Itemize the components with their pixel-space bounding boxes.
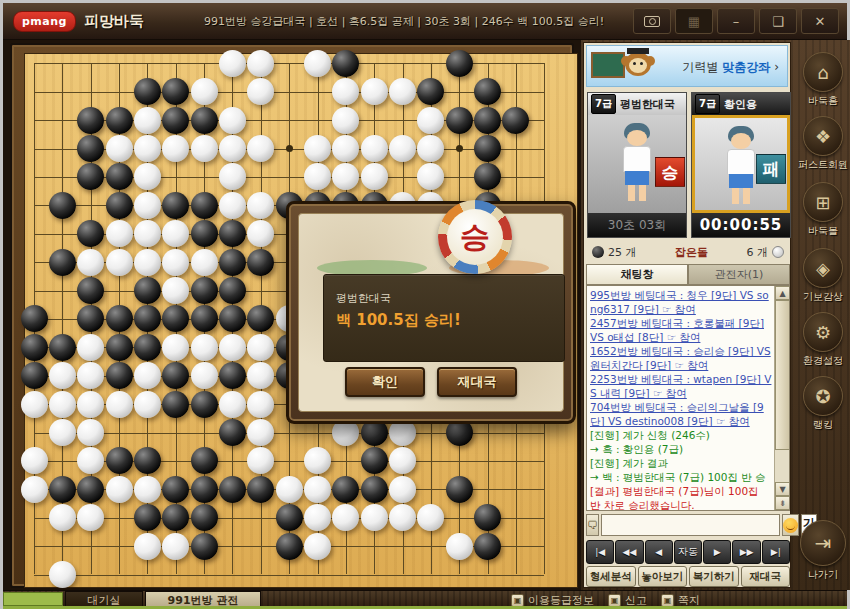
white-rank-badge: 7급 (591, 94, 616, 114)
black-stone (247, 305, 274, 332)
black-stone (446, 50, 473, 77)
sidebar-item-랭킹[interactable]: ✪랭킹 (793, 376, 850, 432)
chat-game-link[interactable]: 2253번방 베팅대국 : wtapen [9단] VS 내력 [9단] ☞ 참… (590, 372, 772, 400)
black-stone (191, 476, 218, 503)
white-stone (162, 220, 189, 247)
black-stone (134, 447, 161, 474)
black-stone (77, 135, 104, 162)
white-stone (304, 163, 331, 190)
white-stone (417, 163, 444, 190)
white-stone (417, 504, 444, 531)
black-stone (21, 305, 48, 332)
white-stone (134, 476, 161, 503)
black-stone (106, 334, 133, 361)
black-stone (162, 391, 189, 418)
white-stone (134, 362, 161, 389)
lecture-banner[interactable]: 기력별 맞춤강좌 › (586, 45, 788, 87)
sidebar-item-label: 랭킹 (793, 418, 850, 432)
white-stone (446, 533, 473, 560)
white-win-badge: 승 (655, 157, 685, 187)
black-stone (21, 334, 48, 361)
white-stone (106, 476, 133, 503)
white-stone (247, 334, 274, 361)
white-stone (134, 135, 161, 162)
white-stone (49, 504, 76, 531)
black-stone (191, 533, 218, 560)
black-stone (502, 107, 529, 134)
black-stone (219, 277, 246, 304)
white-time-info: 30초 03회 (588, 213, 686, 237)
black-lose-badge: 패 (756, 154, 786, 184)
black-stone (474, 78, 501, 105)
white-stone (191, 334, 218, 361)
chalkboard-icon (591, 52, 625, 78)
black-stone (106, 192, 133, 219)
white-stone (247, 50, 274, 77)
rematch-button-panel[interactable]: 재대국 (741, 566, 791, 587)
white-stone (389, 135, 416, 162)
black-rank-badge: 7급 (695, 94, 720, 114)
black-stone (162, 504, 189, 531)
black-captured-count: 25 개 (608, 245, 637, 260)
chat-box[interactable]: 995번방 베팅대국 : 청우 [9단] VS song6317 [9단] ☞ … (586, 285, 790, 511)
home-icon: ⌂ (803, 52, 843, 92)
white-avatar: 승 (588, 115, 686, 213)
white-stone (134, 249, 161, 276)
black-stone (219, 419, 246, 446)
white-stone (162, 277, 189, 304)
black-stone (134, 78, 161, 105)
chat-message: [진행] 계가 신청 (246수) (590, 428, 772, 442)
white-stone (332, 107, 359, 134)
white-stone (389, 504, 416, 531)
white-stone (361, 163, 388, 190)
black-stone (49, 476, 76, 503)
white-stone (191, 135, 218, 162)
black-stone (77, 107, 104, 134)
white-stone (304, 504, 331, 531)
black-stone (361, 476, 388, 503)
auto-play-button[interactable]: 자동 (674, 540, 702, 564)
white-stone (389, 476, 416, 503)
black-stone (106, 305, 133, 332)
player-card-white: 7급 평범한대국 승 30초 03회 (587, 92, 687, 238)
black-stone (332, 476, 359, 503)
black-stone (134, 277, 161, 304)
black-player-name: 황인용 (724, 97, 757, 112)
chat-message: [진행] 계가 결과 (590, 456, 772, 470)
white-stone (304, 476, 331, 503)
white-stone (49, 362, 76, 389)
panel-content: 기력별 맞춤강좌 › 7급 평범한대국 승 30초 03회 (583, 42, 791, 588)
white-stone (191, 78, 218, 105)
white-stone (304, 135, 331, 162)
white-stone (332, 504, 359, 531)
white-stone (219, 107, 246, 134)
black-stone (219, 305, 246, 332)
sidebar-item-바둑홈[interactable]: ⌂바둑홈 (793, 52, 850, 108)
black-stone (474, 163, 501, 190)
fast-forward-button[interactable]: ▶▶ (732, 540, 760, 564)
black-stone (191, 220, 218, 247)
white-stone (304, 50, 331, 77)
settings-icon: ⚙ (803, 312, 843, 352)
white-stone (361, 78, 388, 105)
black-stone (134, 504, 161, 531)
white-stone (247, 419, 274, 446)
black-stone (77, 220, 104, 247)
room-info: 991번방 승강급대국 | 호선 | 흑6.5집 공제 | 30초 3회 | 2… (204, 14, 604, 29)
maximize-button[interactable]: ❑ (759, 8, 797, 34)
white-stone (276, 476, 303, 503)
board-view-icon[interactable]: ▦ (675, 8, 713, 34)
white-stone (247, 192, 274, 219)
black-stone (191, 192, 218, 219)
white-stone (77, 249, 104, 276)
black-stone (106, 362, 133, 389)
grid-line-h (34, 575, 544, 576)
white-stone-icon (772, 246, 784, 258)
black-stone (247, 476, 274, 503)
white-stone (219, 50, 246, 77)
white-stone (361, 504, 388, 531)
white-stone (49, 419, 76, 446)
black-stone (162, 305, 189, 332)
sidebar-item-label: 바둑홈 (793, 94, 850, 108)
black-stone (474, 504, 501, 531)
black-stone (21, 362, 48, 389)
black-stone (106, 447, 133, 474)
right-panel: 기력별 맞춤강좌 › 7급 평범한대국 승 30초 03회 (581, 40, 850, 590)
white-stone (77, 362, 104, 389)
white-stone (21, 391, 48, 418)
review-icon: ◈ (803, 248, 843, 288)
analysis-button[interactable]: 형세분석 (586, 566, 636, 587)
white-stone (77, 419, 104, 446)
white-stone (49, 561, 76, 588)
white-stone (219, 391, 246, 418)
white-stone (219, 334, 246, 361)
black-stone-icon (592, 246, 604, 258)
sidebar-item-label: 환경설정 (793, 354, 850, 368)
black-stone (49, 192, 76, 219)
white-stone (219, 192, 246, 219)
action-buttons: 형세분석놓아보기복기하기재대국 (586, 566, 790, 587)
fan-icon: ❖ (803, 116, 843, 156)
back-button[interactable]: ◀ (645, 540, 673, 564)
black-stone (162, 476, 189, 503)
scroll-thumb[interactable] (775, 300, 790, 450)
star-point (456, 145, 463, 152)
black-stone (219, 220, 246, 247)
go-end-button[interactable]: ▶| (762, 540, 790, 564)
black-stone (219, 249, 246, 276)
sidebar-item-label: 바둑몰 (793, 224, 850, 238)
white-stone (332, 135, 359, 162)
black-stone (276, 533, 303, 560)
go-start-button[interactable]: |◀ (586, 540, 614, 564)
status-corner (3, 592, 63, 606)
black-stone (417, 78, 444, 105)
white-stone (247, 362, 274, 389)
black-stone (49, 249, 76, 276)
white-stone (247, 447, 274, 474)
mall-icon: ⊞ (803, 182, 843, 222)
sidebar: ⌂바둑홈❖퍼스트회원⊞바둑몰◈기보감상⚙환경설정✪랭킹⇥나가기 (793, 40, 850, 590)
black-stone (361, 447, 388, 474)
chat-message: → 흑 : 황인용 (7급) (590, 442, 772, 456)
chat-message: [결과] 평범한대국 (7급)님이 100집 반 차로 승리했습니다. (590, 484, 772, 511)
white-stone (191, 249, 218, 276)
black-stone (276, 504, 303, 531)
white-stone (389, 78, 416, 105)
chat-game-link[interactable]: 2457번방 베팅대국 : 호롱불패 [9단] VS o태섭 [8단] ☞ 참여 (590, 316, 772, 344)
white-stone (247, 391, 274, 418)
black-stone (162, 192, 189, 219)
black-stone (106, 163, 133, 190)
white-stone (247, 220, 274, 247)
white-stone (77, 334, 104, 361)
black-stone (77, 476, 104, 503)
white-stone (21, 476, 48, 503)
black-stone (191, 277, 218, 304)
black-stone (219, 362, 246, 389)
white-stone (77, 447, 104, 474)
ranking-icon: ✪ (803, 376, 843, 416)
black-stone (474, 533, 501, 560)
black-stone (191, 305, 218, 332)
white-stone (106, 135, 133, 162)
sidebar-item-label: 퍼스트회원 (793, 158, 850, 172)
captured-stones-row: 25 개 잡은돌 6 개 (586, 242, 790, 262)
white-stone (361, 135, 388, 162)
replay-button[interactable]: 복기하기 (689, 566, 739, 587)
minimize-button[interactable]: – (717, 8, 755, 34)
win-medal-icon: 승 (438, 200, 512, 274)
white-captured-count: 6 개 (747, 245, 769, 260)
close-button[interactable]: ✕ (801, 8, 839, 34)
white-stone (247, 135, 274, 162)
captured-label: 잡은돌 (637, 245, 747, 260)
pmang-logo: pmang (13, 11, 76, 32)
app-title: 피망바둑 (84, 12, 144, 31)
fast-back-button[interactable]: ◀◀ (615, 540, 643, 564)
chat-message: → 백 : 평범한대국 (7급) 100집 반 승 (590, 470, 772, 484)
white-stone (389, 447, 416, 474)
white-stone (162, 533, 189, 560)
banner-text: 기력별 맞춤강좌 › (683, 59, 779, 76)
white-player-name: 평범한대국 (620, 97, 675, 112)
sidebar-item-바둑몰[interactable]: ⊞바둑몰 (793, 182, 850, 238)
black-stone (162, 107, 189, 134)
sidebar-item-나가기[interactable]: ⇥나가기 (793, 520, 850, 582)
black-stone (77, 163, 104, 190)
white-stone (162, 249, 189, 276)
playback-controls: |◀◀◀◀자동▶▶▶▶| (586, 540, 790, 564)
white-stone (49, 391, 76, 418)
black-stone (162, 78, 189, 105)
black-stone (134, 334, 161, 361)
white-stone (219, 135, 246, 162)
scroll-up-icon[interactable]: ▲ (775, 286, 790, 300)
victory-dialog: 평범한대국 백 100.5집 승리! 승 확인 재대국 (286, 201, 576, 424)
white-stone (134, 163, 161, 190)
star-point (286, 145, 293, 152)
black-stone (191, 447, 218, 474)
white-stone (134, 107, 161, 134)
sidebar-item-퍼스트회원[interactable]: ❖퍼스트회원 (793, 116, 850, 172)
chat-game-link[interactable]: 704번방 베팅대국 : 승리의그날을 [9단] VS destino008 [… (590, 400, 772, 428)
black-avatar: 패 (692, 115, 790, 213)
white-stone (304, 533, 331, 560)
black-stone (474, 107, 501, 134)
black-stone (474, 135, 501, 162)
black-timer: 00:00:55 (692, 213, 790, 237)
black-stone (191, 107, 218, 134)
confirm-button[interactable]: 확인 (345, 367, 425, 397)
exit-icon: ⇥ (800, 520, 846, 566)
white-stone (219, 163, 246, 190)
black-stone (162, 362, 189, 389)
white-stone (21, 447, 48, 474)
white-stone (134, 192, 161, 219)
white-stone (77, 391, 104, 418)
sidebar-item-기보감상[interactable]: ◈기보감상 (793, 248, 850, 304)
tab-spectators[interactable]: 관전자(1) (688, 264, 790, 285)
white-stone (134, 533, 161, 560)
white-stone (332, 163, 359, 190)
title-bar: pmang 피망바둑 991번방 승강급대국 | 호선 | 흑6.5집 공제 |… (3, 3, 847, 40)
white-stone (247, 78, 274, 105)
scroll-down-icon[interactable]: ▼ (775, 482, 790, 496)
sidebar-item-label: 기보감상 (793, 290, 850, 304)
black-stone (446, 107, 473, 134)
black-stone (332, 50, 359, 77)
player-card-black: 7급 황인용 패 00:00:55 (691, 92, 791, 238)
scroll-end-icon[interactable]: ⇟ (775, 496, 790, 510)
dialog-parchment: 평범한대국 백 100.5집 승리! 승 확인 재대국 (298, 213, 564, 412)
try-moves-button[interactable]: 놓아보기 (638, 566, 688, 587)
white-stone (106, 249, 133, 276)
sidebar-item-환경설정[interactable]: ⚙환경설정 (793, 312, 850, 368)
chat-game-link[interactable]: 1652번방 베팅대국 : 승리승 [9단] VS 원터치간다 [9단] ☞ 참… (590, 344, 772, 372)
black-stone (446, 476, 473, 503)
black-stone (191, 504, 218, 531)
black-stone (77, 305, 104, 332)
white-stone (417, 107, 444, 134)
chat-input[interactable] (601, 514, 780, 536)
black-stone (247, 249, 274, 276)
app-window: pmang 피망바둑 991번방 승강급대국 | 호선 | 흑6.5집 공제 |… (0, 0, 850, 609)
board-area: 평범한대국 백 100.5집 승리! 승 확인 재대국 (3, 40, 581, 590)
chat-scrollbar[interactable]: ▲ ▼ ⇟ (774, 286, 789, 510)
white-stone (134, 220, 161, 247)
white-stone (106, 391, 133, 418)
sidebar-item-label: 나가기 (793, 568, 850, 582)
white-stone (162, 334, 189, 361)
white-stone (162, 135, 189, 162)
tab-chat[interactable]: 채팅창 (586, 264, 688, 285)
window-controls: ▦ – ❑ ✕ (633, 8, 839, 34)
black-stone (134, 305, 161, 332)
capture-icon[interactable] (633, 8, 671, 34)
white-stone (77, 504, 104, 531)
dialog-winner-name: 평범한대국 (336, 291, 391, 306)
white-stone (191, 362, 218, 389)
white-stone (332, 78, 359, 105)
win-medal-text: 승 (460, 217, 490, 258)
black-stone (49, 334, 76, 361)
chat-bubble-icon[interactable]: 🗨 (586, 514, 599, 536)
white-stone (134, 391, 161, 418)
black-stone (106, 107, 133, 134)
black-stone (219, 476, 246, 503)
monkey-teacher-icon (621, 50, 655, 84)
white-stone (106, 220, 133, 247)
white-stone (304, 447, 331, 474)
dialog-result-panel: 평범한대국 백 100.5집 승리! (323, 274, 565, 362)
dialog-result-text: 백 100.5집 승리! (336, 311, 461, 330)
black-stone (191, 391, 218, 418)
black-stone (77, 277, 104, 304)
forward-button[interactable]: ▶ (703, 540, 731, 564)
rematch-button[interactable]: 재대국 (437, 367, 517, 397)
white-stone (417, 135, 444, 162)
chat-game-link[interactable]: 995번방 베팅대국 : 청우 [9단] VS song6317 [9단] ☞ … (590, 288, 772, 316)
